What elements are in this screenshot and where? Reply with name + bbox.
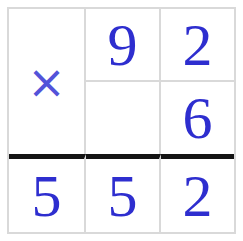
product-ones-cell: 2 (161, 154, 234, 232)
multiplicand-ones-cell: 2 (161, 9, 234, 82)
multiplier-tens-cell-empty (86, 82, 161, 154)
multiplication-grid: × 9 2 6 5 5 2 (7, 7, 236, 234)
product-hundreds-cell: 5 (9, 154, 86, 232)
operator-cell-multiply-sign: × (9, 9, 86, 154)
worksheet-page: × 9 2 6 5 5 2 (0, 0, 243, 241)
multiplicand-tens-cell: 9 (86, 9, 161, 82)
product-tens-cell: 5 (86, 154, 161, 232)
multiplier-ones-cell: 6 (161, 82, 234, 154)
